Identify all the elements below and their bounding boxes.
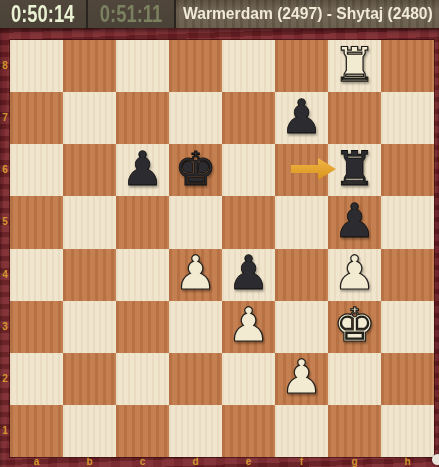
- square-e5[interactable]: [222, 196, 275, 248]
- square-d4[interactable]: ♟: [169, 249, 222, 301]
- square-d3[interactable]: [169, 301, 222, 353]
- square-e7[interactable]: [222, 92, 275, 144]
- square-f3[interactable]: [275, 301, 328, 353]
- file-label-g: g: [328, 457, 381, 467]
- square-g3[interactable]: ♚: [328, 301, 381, 353]
- chess-board: ♜♟♟♚♜♟♟♟♟♟♚♟: [10, 40, 434, 457]
- square-c6[interactable]: ♟: [116, 144, 169, 196]
- move-arrow: [291, 157, 337, 181]
- square-d6[interactable]: ♚: [169, 144, 222, 196]
- square-a6[interactable]: [10, 144, 63, 196]
- square-g8[interactable]: ♜: [328, 40, 381, 92]
- square-e4[interactable]: ♟: [222, 249, 275, 301]
- file-labels: abcdefgh: [10, 457, 434, 467]
- square-a2[interactable]: [10, 353, 63, 405]
- square-b5[interactable]: [63, 196, 116, 248]
- white-pawn: ♟: [333, 249, 375, 296]
- file-label-h: h: [381, 457, 434, 467]
- square-e3[interactable]: ♟: [222, 301, 275, 353]
- square-c4[interactable]: [116, 249, 169, 301]
- rank-label-7: 7: [0, 92, 10, 144]
- file-label-f: f: [275, 457, 328, 467]
- rank-label-4: 4: [0, 249, 10, 301]
- square-h7[interactable]: [381, 92, 434, 144]
- square-c7[interactable]: [116, 92, 169, 144]
- square-a4[interactable]: [10, 249, 63, 301]
- top-bar: 0:50:14 0:51:11 Warmerdam (2497) - Shyta…: [0, 0, 439, 28]
- square-f4[interactable]: [275, 249, 328, 301]
- square-a8[interactable]: [10, 40, 63, 92]
- white-king: ♚: [333, 301, 375, 348]
- square-c2[interactable]: [116, 353, 169, 405]
- square-g7[interactable]: [328, 92, 381, 144]
- square-h6[interactable]: [381, 144, 434, 196]
- square-g5[interactable]: ♟: [328, 196, 381, 248]
- square-c5[interactable]: [116, 196, 169, 248]
- square-b4[interactable]: [63, 249, 116, 301]
- black-pawn: ♟: [280, 93, 322, 140]
- white-pawn: ♟: [227, 301, 269, 348]
- square-d7[interactable]: [169, 92, 222, 144]
- rank-label-8: 8: [0, 40, 10, 92]
- file-label-a: a: [10, 457, 63, 467]
- black-clock-time: 0:51:11: [100, 1, 162, 28]
- board-frame: 87654321 abcdefgh ♜♟♟♚♜♟♟♟♟♟♚♟: [0, 28, 439, 467]
- black-pawn: ♟: [121, 145, 163, 192]
- square-h3[interactable]: [381, 301, 434, 353]
- black-pawn: ♟: [227, 249, 269, 296]
- square-f8[interactable]: [275, 40, 328, 92]
- square-h8[interactable]: [381, 40, 434, 92]
- white-pawn: ♟: [174, 249, 216, 296]
- square-e2[interactable]: [222, 353, 275, 405]
- game-title-text: Warmerdam (2497) - Shytaj (2480): [183, 4, 433, 24]
- black-rook: ♜: [333, 145, 375, 192]
- rank-label-1: 1: [0, 405, 10, 457]
- square-d8[interactable]: [169, 40, 222, 92]
- white-pawn: ♟: [280, 353, 322, 400]
- square-g4[interactable]: ♟: [328, 249, 381, 301]
- square-c1[interactable]: [116, 405, 169, 457]
- black-clock: 0:51:11: [88, 0, 176, 28]
- square-e1[interactable]: [222, 405, 275, 457]
- white-clock-time: 0:50:14: [11, 1, 74, 28]
- square-a3[interactable]: [10, 301, 63, 353]
- square-g1[interactable]: [328, 405, 381, 457]
- square-b3[interactable]: [63, 301, 116, 353]
- square-h1[interactable]: [381, 405, 434, 457]
- square-f7[interactable]: ♟: [275, 92, 328, 144]
- square-h4[interactable]: [381, 249, 434, 301]
- square-b1[interactable]: [63, 405, 116, 457]
- square-e8[interactable]: [222, 40, 275, 92]
- file-label-e: e: [222, 457, 275, 467]
- black-pawn: ♟: [333, 197, 375, 244]
- square-b7[interactable]: [63, 92, 116, 144]
- file-label-c: c: [116, 457, 169, 467]
- rank-label-3: 3: [0, 301, 10, 353]
- game-title: Warmerdam (2497) - Shytaj (2480): [176, 0, 439, 28]
- square-f2[interactable]: ♟: [275, 353, 328, 405]
- square-e6[interactable]: [222, 144, 275, 196]
- square-g2[interactable]: [328, 353, 381, 405]
- white-clock: 0:50:14: [0, 0, 88, 28]
- square-b8[interactable]: [63, 40, 116, 92]
- square-a1[interactable]: [10, 405, 63, 457]
- square-b6[interactable]: [63, 144, 116, 196]
- black-king: ♚: [174, 145, 216, 192]
- square-f1[interactable]: [275, 405, 328, 457]
- square-c8[interactable]: [116, 40, 169, 92]
- rank-label-6: 6: [0, 144, 10, 196]
- square-h2[interactable]: [381, 353, 434, 405]
- white-rook: ♜: [333, 41, 375, 88]
- rank-labels: 87654321: [0, 40, 10, 457]
- square-a5[interactable]: [10, 196, 63, 248]
- square-d1[interactable]: [169, 405, 222, 457]
- square-d2[interactable]: [169, 353, 222, 405]
- square-h5[interactable]: [381, 196, 434, 248]
- rank-label-2: 2: [0, 353, 10, 405]
- file-label-d: d: [169, 457, 222, 467]
- square-c3[interactable]: [116, 301, 169, 353]
- square-f5[interactable]: [275, 196, 328, 248]
- resize-handle-dot: [432, 454, 439, 465]
- rank-label-5: 5: [0, 196, 10, 248]
- file-label-b: b: [63, 457, 116, 467]
- square-a7[interactable]: [10, 92, 63, 144]
- square-b2[interactable]: [63, 353, 116, 405]
- square-d5[interactable]: [169, 196, 222, 248]
